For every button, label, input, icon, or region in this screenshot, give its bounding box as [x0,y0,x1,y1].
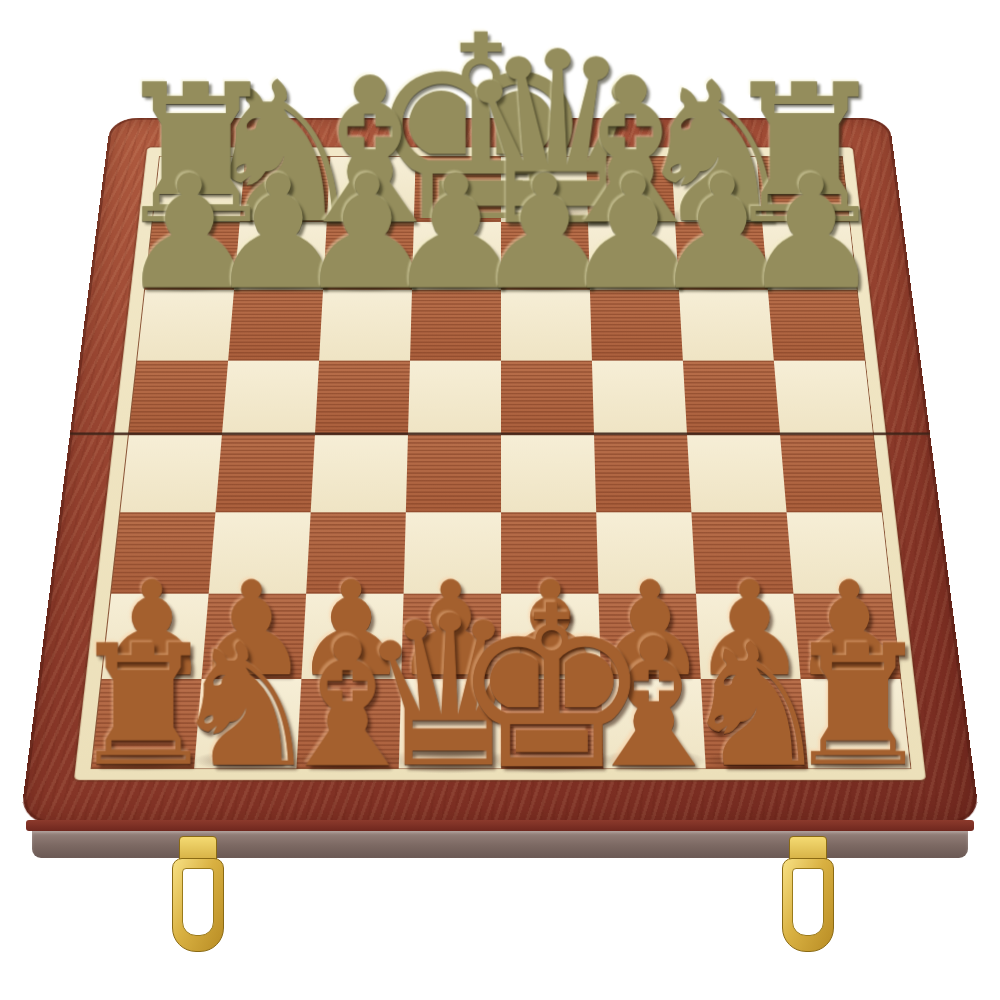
clasp-loop [782,858,834,952]
clasp-right [778,836,836,952]
case-front-edge [26,820,974,831]
chess-board: ♜♞♝♚♛♝♞♜♟♟♟♟♟♟♟♟♟♟♟♟♟♟♟♟♜♞♝♛♚♝♞♜ [20,118,981,824]
piece-white-king-e1[interactable]: ♚ [441,576,661,801]
clasp-loop [172,858,224,952]
clasp-left [168,836,226,952]
chess-set-product-photo: ♜♞♝♚♛♝♞♜♟♟♟♟♟♟♟♟♟♟♟♟♟♟♟♟♜♞♝♛♚♝♞♜ [0,0,1000,1000]
